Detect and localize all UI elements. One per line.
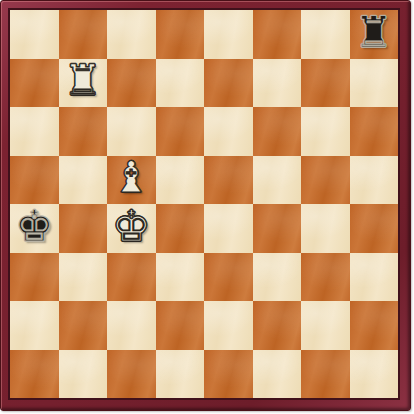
square-b3[interactable]: [59, 253, 108, 302]
square-e4[interactable]: [204, 204, 253, 253]
square-f5[interactable]: [253, 156, 302, 205]
square-d2[interactable]: [156, 301, 205, 350]
piece-white-bishop[interactable]: ♝: [112, 156, 151, 199]
square-c3[interactable]: [107, 253, 156, 302]
square-b1[interactable]: [59, 350, 108, 399]
square-c5[interactable]: ♝: [107, 156, 156, 205]
square-a6[interactable]: [10, 107, 59, 156]
square-d6[interactable]: [156, 107, 205, 156]
square-a1[interactable]: [10, 350, 59, 399]
square-g8[interactable]: [301, 10, 350, 59]
square-c8[interactable]: [107, 10, 156, 59]
square-b5[interactable]: [59, 156, 108, 205]
square-a7[interactable]: [10, 59, 59, 108]
square-g4[interactable]: [301, 204, 350, 253]
square-h2[interactable]: [350, 301, 399, 350]
square-b8[interactable]: [59, 10, 108, 59]
square-a4[interactable]: ♚: [10, 204, 59, 253]
square-e6[interactable]: [204, 107, 253, 156]
square-f3[interactable]: [253, 253, 302, 302]
square-b2[interactable]: [59, 301, 108, 350]
square-c4[interactable]: ♚: [107, 204, 156, 253]
square-a5[interactable]: [10, 156, 59, 205]
square-c2[interactable]: [107, 301, 156, 350]
square-f2[interactable]: [253, 301, 302, 350]
piece-black-rook[interactable]: ♜: [354, 11, 393, 54]
square-d3[interactable]: [156, 253, 205, 302]
square-c7[interactable]: [107, 59, 156, 108]
square-b4[interactable]: [59, 204, 108, 253]
square-d7[interactable]: [156, 59, 205, 108]
square-h8[interactable]: ♜: [350, 10, 399, 59]
square-h3[interactable]: [350, 253, 399, 302]
square-g1[interactable]: [301, 350, 350, 399]
square-b7[interactable]: ♜: [59, 59, 108, 108]
square-g5[interactable]: [301, 156, 350, 205]
square-h6[interactable]: [350, 107, 399, 156]
square-h1[interactable]: [350, 350, 399, 399]
square-d4[interactable]: [156, 204, 205, 253]
square-a2[interactable]: [10, 301, 59, 350]
square-f4[interactable]: [253, 204, 302, 253]
piece-white-rook[interactable]: ♜: [63, 59, 102, 102]
square-g7[interactable]: [301, 59, 350, 108]
square-f8[interactable]: [253, 10, 302, 59]
square-e3[interactable]: [204, 253, 253, 302]
chess-board[interactable]: ♜♜♝♚♚: [10, 10, 398, 398]
square-d5[interactable]: [156, 156, 205, 205]
square-g3[interactable]: [301, 253, 350, 302]
square-c6[interactable]: [107, 107, 156, 156]
square-h5[interactable]: [350, 156, 399, 205]
square-a3[interactable]: [10, 253, 59, 302]
piece-black-king[interactable]: ♚: [15, 205, 54, 248]
square-h7[interactable]: [350, 59, 399, 108]
square-e5[interactable]: [204, 156, 253, 205]
square-e7[interactable]: [204, 59, 253, 108]
square-d8[interactable]: [156, 10, 205, 59]
square-d1[interactable]: [156, 350, 205, 399]
square-c1[interactable]: [107, 350, 156, 399]
square-e1[interactable]: [204, 350, 253, 399]
square-g6[interactable]: [301, 107, 350, 156]
square-g2[interactable]: [301, 301, 350, 350]
square-f1[interactable]: [253, 350, 302, 399]
piece-white-king[interactable]: ♚: [112, 205, 151, 248]
square-b6[interactable]: [59, 107, 108, 156]
chessboard-screenshot: ♜♜♝♚♚: [0, 0, 414, 414]
square-e8[interactable]: [204, 10, 253, 59]
square-a8[interactable]: [10, 10, 59, 59]
square-e2[interactable]: [204, 301, 253, 350]
square-f6[interactable]: [253, 107, 302, 156]
square-f7[interactable]: [253, 59, 302, 108]
square-h4[interactable]: [350, 204, 399, 253]
